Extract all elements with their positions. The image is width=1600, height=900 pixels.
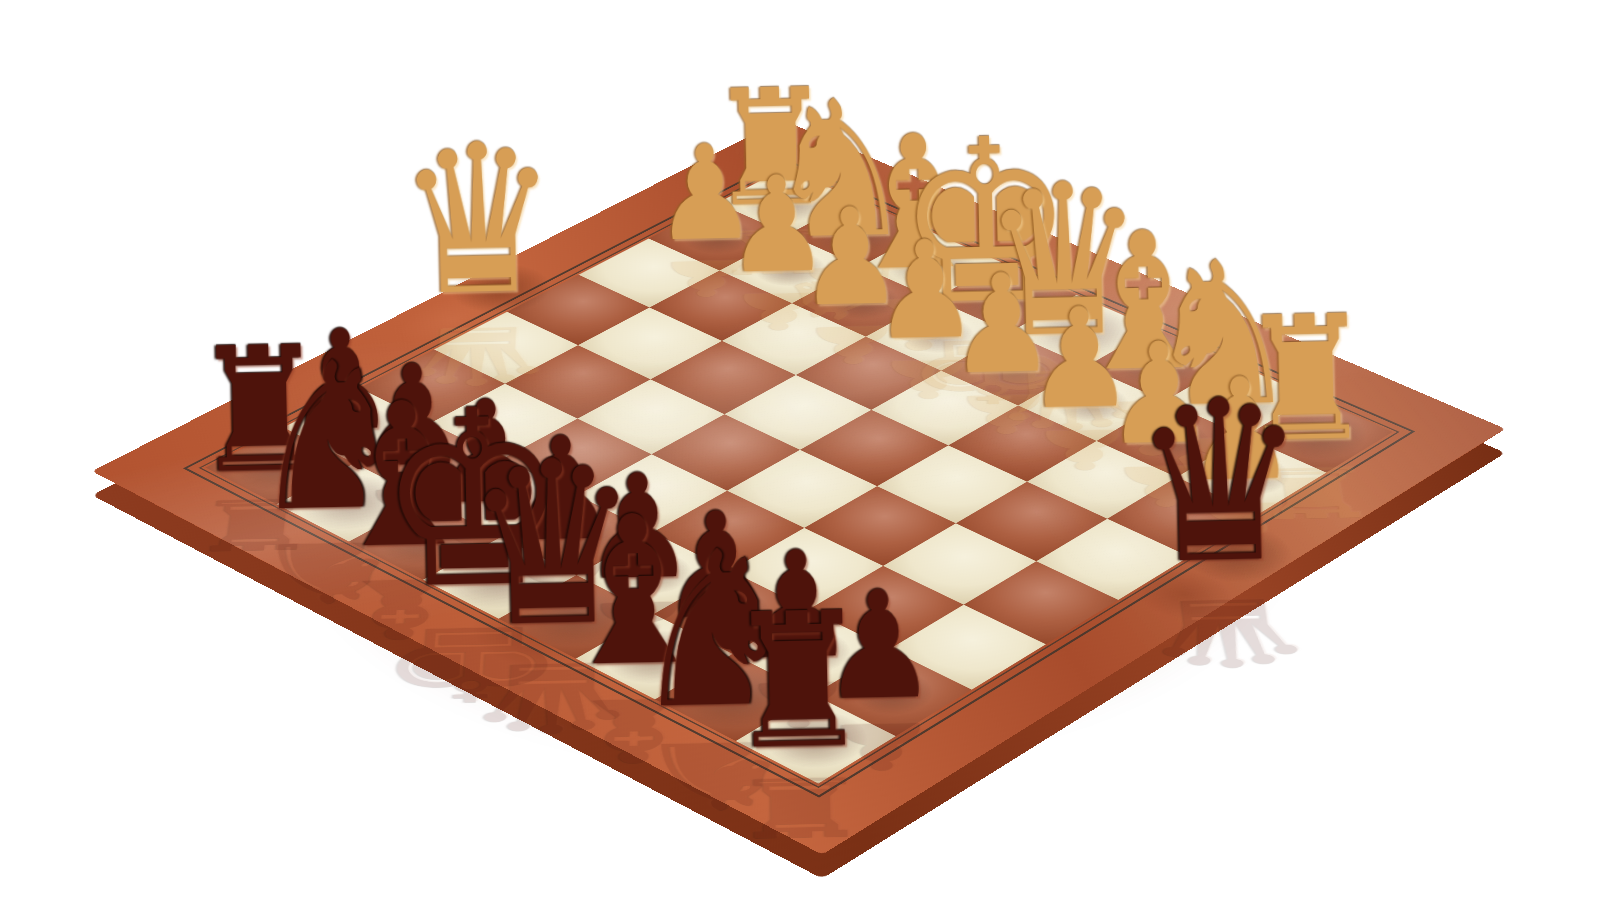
piece-reflection: ♛ (1135, 586, 1322, 678)
queen-glyph: ♛ (396, 121, 561, 320)
queen-glyph: ♛ (1131, 375, 1309, 590)
board-3d-wrapper: ♜♜♞♞♝♝♛♛♚♚♝♝♞♞♜♜♟♟♟♟♟♟♟♟♟♟♟♟♟♟♟♟♟♟♟♟♟♟♟♟… (92, 120, 1505, 855)
chess-board: ♜♜♞♞♝♝♛♛♚♚♝♝♞♞♜♜♟♟♟♟♟♟♟♟♟♟♟♟♟♟♟♟♟♟♟♟♟♟♟♟… (92, 120, 1505, 855)
chess-set-photo: ♜♜♞♞♝♝♛♛♚♚♝♝♞♞♜♜♟♟♟♟♟♟♟♟♟♟♟♟♟♟♟♟♟♟♟♟♟♟♟♟… (0, 0, 1600, 900)
rook-glyph: ♜ (723, 591, 872, 770)
